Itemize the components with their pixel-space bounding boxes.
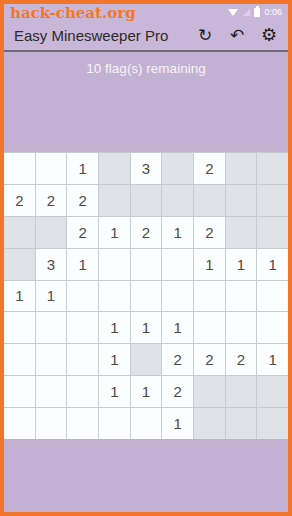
cell-r6c9[interactable]: [257, 312, 288, 343]
cell-r7c4[interactable]: 1: [99, 344, 130, 375]
cell-r1c6[interactable]: [162, 153, 193, 184]
cell-r2c5[interactable]: [131, 185, 162, 216]
cell-r3c2[interactable]: [36, 217, 67, 248]
cell-r7c9[interactable]: 1: [257, 344, 288, 375]
cell-r9c1[interactable]: [4, 408, 35, 439]
cell-r1c1[interactable]: [4, 153, 35, 184]
cell-r6c5[interactable]: 1: [131, 312, 162, 343]
cell-r9c9[interactable]: [257, 408, 288, 439]
app-title: Easy Minesweeper Pro: [14, 27, 194, 44]
status-time: 0:06: [264, 7, 282, 17]
cell-r9c8[interactable]: [226, 408, 257, 439]
cell-r2c2[interactable]: 2: [36, 185, 67, 216]
cell-r6c1[interactable]: [4, 312, 35, 343]
cell-r5c4[interactable]: [99, 281, 130, 312]
cell-r3c3[interactable]: 2: [67, 217, 98, 248]
battery-icon: [254, 8, 260, 17]
cell-r7c5[interactable]: [131, 344, 162, 375]
cell-r3c8[interactable]: [226, 217, 257, 248]
cell-r6c7[interactable]: [194, 312, 225, 343]
cell-r8c9[interactable]: [257, 376, 288, 407]
cell-r4c4[interactable]: [99, 249, 130, 280]
cell-r1c9[interactable]: [257, 153, 288, 184]
cell-r8c6[interactable]: 2: [162, 376, 193, 407]
cell-r5c8[interactable]: [226, 281, 257, 312]
app-bar: Easy Minesweeper Pro ↻ ↶ ⚙: [4, 20, 288, 50]
cell-r5c7[interactable]: [194, 281, 225, 312]
cell-r2c6[interactable]: [162, 185, 193, 216]
cell-r7c8[interactable]: 2: [226, 344, 257, 375]
cell-r4c3[interactable]: 1: [67, 249, 98, 280]
cell-r3c9[interactable]: [257, 217, 288, 248]
cell-r3c6[interactable]: 1: [162, 217, 193, 248]
cell-r5c3[interactable]: [67, 281, 98, 312]
cell-r1c7[interactable]: 2: [194, 153, 225, 184]
cell-r2c9[interactable]: [257, 185, 288, 216]
cell-r2c8[interactable]: [226, 185, 257, 216]
cell-r8c1[interactable]: [4, 376, 35, 407]
cell-r6c4[interactable]: 1: [99, 312, 130, 343]
cell-r4c8[interactable]: 1: [226, 249, 257, 280]
cell-r3c4[interactable]: 1: [99, 217, 130, 248]
cell-r2c7[interactable]: [194, 185, 225, 216]
cell-r5c2[interactable]: 1: [36, 281, 67, 312]
cell-r5c5[interactable]: [131, 281, 162, 312]
cell-r8c2[interactable]: [36, 376, 67, 407]
header: hack-cheat.org 0:06 Easy Minesweeper Pro…: [4, 4, 288, 52]
cell-r9c7[interactable]: [194, 408, 225, 439]
cell-r8c4[interactable]: 1: [99, 376, 130, 407]
flags-banner: 10 flag(s) remaining: [4, 52, 288, 152]
cell-r1c4[interactable]: [99, 153, 130, 184]
cell-r5c1[interactable]: 1: [4, 281, 35, 312]
cell-r9c6[interactable]: 1: [162, 408, 193, 439]
cell-r6c3[interactable]: [67, 312, 98, 343]
cell-r6c2[interactable]: [36, 312, 67, 343]
status-bar-icons: 0:06: [228, 7, 282, 17]
cell-r7c7[interactable]: 2: [194, 344, 225, 375]
cell-r4c2[interactable]: 3: [36, 249, 67, 280]
cell-r8c5[interactable]: 1: [131, 376, 162, 407]
wifi-icon: [228, 9, 238, 16]
cell-r1c8[interactable]: [226, 153, 257, 184]
cell-r5c9[interactable]: [257, 281, 288, 312]
cell-r4c9[interactable]: 1: [257, 249, 288, 280]
cell-r9c5[interactable]: [131, 408, 162, 439]
cell-r1c2[interactable]: [36, 153, 67, 184]
app-bar-actions: ↻ ↶ ⚙: [194, 23, 280, 47]
cell-r4c5[interactable]: [131, 249, 162, 280]
cell-r6c8[interactable]: [226, 312, 257, 343]
cell-r4c7[interactable]: 1: [194, 249, 225, 280]
minefield: 132222212123111111111122211121: [4, 152, 288, 440]
signal-icon: [242, 8, 250, 16]
cell-r6c6[interactable]: 1: [162, 312, 193, 343]
refresh-icon[interactable]: ↻: [194, 23, 216, 47]
cell-r7c6[interactable]: 2: [162, 344, 193, 375]
cell-r2c3[interactable]: 2: [67, 185, 98, 216]
cell-r8c8[interactable]: [226, 376, 257, 407]
cell-r7c2[interactable]: [36, 344, 67, 375]
cell-r3c5[interactable]: 2: [131, 217, 162, 248]
cell-r7c1[interactable]: [4, 344, 35, 375]
app-screen: hack-cheat.org 0:06 Easy Minesweeper Pro…: [0, 0, 292, 516]
cell-r4c1[interactable]: [4, 249, 35, 280]
cell-r3c1[interactable]: [4, 217, 35, 248]
bottom-filler: [4, 440, 288, 512]
cell-r2c4[interactable]: [99, 185, 130, 216]
cell-r4c6[interactable]: [162, 249, 193, 280]
cell-r1c3[interactable]: 1: [67, 153, 98, 184]
cell-r9c4[interactable]: [99, 408, 130, 439]
cell-r5c6[interactable]: [162, 281, 193, 312]
cell-r8c3[interactable]: [67, 376, 98, 407]
settings-icon[interactable]: ⚙: [258, 23, 280, 47]
cell-r9c2[interactable]: [36, 408, 67, 439]
undo-icon[interactable]: ↶: [226, 23, 248, 47]
cell-r8c7[interactable]: [194, 376, 225, 407]
cell-r7c3[interactable]: [67, 344, 98, 375]
cell-r1c5[interactable]: 3: [131, 153, 162, 184]
flags-remaining-text: 10 flag(s) remaining: [86, 61, 205, 76]
cell-r9c3[interactable]: [67, 408, 98, 439]
cell-r2c1[interactable]: 2: [4, 185, 35, 216]
cell-r3c7[interactable]: 2: [194, 217, 225, 248]
